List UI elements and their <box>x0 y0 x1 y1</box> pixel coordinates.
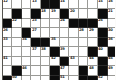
cell-r8c3-white[interactable]: 46 <box>22 66 32 76</box>
cell-r8c4-white[interactable] <box>31 66 41 76</box>
cell-r2c10-white[interactable] <box>88 9 98 19</box>
cell-r2c1-white[interactable] <box>3 9 13 19</box>
cell-r8c7-white[interactable]: 47 <box>60 66 70 76</box>
clue-number-49: 49 <box>108 66 113 70</box>
cell-r6c1-white[interactable] <box>3 47 13 57</box>
cell-r3c12-white[interactable] <box>108 19 115 29</box>
cell-r5c5-black <box>41 38 51 48</box>
cell-r7c12-white[interactable]: 45 <box>108 57 115 67</box>
cell-r3c7-white[interactable]: 24 <box>60 19 70 29</box>
clue-number-41: 41 <box>3 56 8 60</box>
cell-r8c8-white[interactable] <box>69 66 79 76</box>
cell-r4c9-white[interactable]: 28 <box>79 28 89 38</box>
clue-number-15: 15 <box>98 0 103 3</box>
cell-r4c1-white[interactable]: 26 <box>3 28 13 38</box>
cell-r7c1-white[interactable]: 41 <box>3 57 13 67</box>
cell-r1c8-white[interactable] <box>69 0 79 9</box>
cell-r3c9-black <box>79 19 89 29</box>
clue-number-48: 48 <box>89 66 94 70</box>
clue-number-37: 37 <box>32 47 37 51</box>
cell-r1c9-white[interactable] <box>79 0 89 9</box>
cell-r1c4-white[interactable]: 13 <box>31 0 41 9</box>
cell-r9c5-white[interactable] <box>41 76 51 80</box>
cell-r4c6-white[interactable] <box>50 28 60 38</box>
cell-r7c3-white[interactable] <box>22 57 32 67</box>
clue-number-28: 28 <box>79 28 84 32</box>
cell-r1c2-white[interactable] <box>12 0 22 9</box>
cell-r1c11-white[interactable]: 15 <box>98 0 108 9</box>
cell-r9c2-white[interactable]: 50 <box>12 76 22 80</box>
clue-number-19: 19 <box>51 9 56 13</box>
clue-number-30: 30 <box>108 28 113 32</box>
cell-r7c2-white[interactable] <box>12 57 22 67</box>
cell-r8c9-black <box>79 66 89 76</box>
cell-r9c8-white[interactable] <box>69 76 79 80</box>
cell-r2c3-white[interactable] <box>22 9 32 19</box>
cell-r5c4-black <box>31 38 41 48</box>
cell-r5c10-white[interactable] <box>88 38 98 48</box>
cell-r2c11-black <box>98 9 108 19</box>
cell-r1c1-white[interactable]: 12 <box>3 0 13 9</box>
clue-number-35: 35 <box>51 37 56 41</box>
cell-r8c6-black <box>50 66 60 76</box>
cell-r4c10-white[interactable]: 29 <box>88 28 98 38</box>
cell-r2c12-white[interactable]: 21 <box>108 9 115 19</box>
clue-number-26: 26 <box>3 28 8 32</box>
cell-r6c2-white[interactable] <box>12 47 22 57</box>
clue-number-36: 36 <box>108 37 113 41</box>
cell-r5c1-white[interactable]: 33 <box>3 38 13 48</box>
cell-r7c8-white[interactable]: 43 <box>69 57 79 67</box>
clue-number-45: 45 <box>108 56 113 60</box>
cell-r5c11-black <box>98 38 108 48</box>
cell-r6c5-white[interactable]: 38 <box>41 47 51 57</box>
cell-r2c5-white[interactable]: 18 <box>41 9 51 19</box>
cell-r7c4-white[interactable] <box>31 57 41 67</box>
cell-r3c3-white[interactable] <box>22 19 32 29</box>
cell-r9c3-white[interactable] <box>22 76 32 80</box>
clue-number-42: 42 <box>51 56 56 60</box>
clue-number-23: 23 <box>32 18 37 22</box>
clue-number-25: 25 <box>98 18 103 22</box>
cell-r4c4-white[interactable]: 27 <box>31 28 41 38</box>
cell-r3c2-white[interactable]: 22 <box>12 19 22 29</box>
cell-r8c12-white[interactable]: 49 <box>108 66 115 76</box>
clue-number-24: 24 <box>60 18 65 22</box>
cell-r9c10-black <box>88 76 98 80</box>
clue-number-29: 29 <box>89 28 94 32</box>
clue-number-39: 39 <box>60 47 65 51</box>
cell-r1c10-white[interactable] <box>88 0 98 9</box>
cell-r4c11-black <box>98 28 108 38</box>
cell-r8c2-black <box>12 66 22 76</box>
cell-r9c4-white[interactable] <box>31 76 41 80</box>
clue-number-12: 12 <box>3 0 8 3</box>
cell-r2c6-white[interactable]: 19 <box>50 9 60 19</box>
cell-r3c11-white[interactable]: 25 <box>98 19 108 29</box>
cell-r4c8-white[interactable] <box>69 28 79 38</box>
clue-number-50: 50 <box>12 75 17 79</box>
cell-r2c2-black <box>12 9 22 19</box>
cell-r8c1-white[interactable] <box>3 66 13 76</box>
cell-r6c3-white[interactable] <box>22 47 32 57</box>
clue-number-47: 47 <box>60 66 65 70</box>
clue-number-38: 38 <box>41 47 46 51</box>
clue-number-16: 16 <box>108 0 113 3</box>
cell-r4c2-white[interactable] <box>12 28 22 38</box>
cell-r2c4-black <box>31 9 41 19</box>
cell-r5c9-white[interactable] <box>79 38 89 48</box>
cell-r9c12-white[interactable] <box>108 76 115 80</box>
cell-r9c9-black <box>79 76 89 80</box>
cell-r6c6-black <box>50 47 60 57</box>
cell-r9c1-black <box>3 76 13 80</box>
clue-number-40: 40 <box>98 47 103 51</box>
cell-r2c9-white[interactable] <box>79 9 89 19</box>
cell-r1c3-white[interactable] <box>22 0 32 9</box>
cell-r3c1-black <box>3 19 13 29</box>
cell-r7c7-black <box>60 57 70 67</box>
cell-r6c4-white[interactable]: 37 <box>31 47 41 57</box>
clue-number-13: 13 <box>32 0 37 3</box>
cell-r4c12-white[interactable]: 30 <box>108 28 115 38</box>
cell-r6c8-white[interactable] <box>69 47 79 57</box>
clue-number-21: 21 <box>108 9 113 13</box>
cell-r7c10-white[interactable]: 44 <box>88 57 98 67</box>
cell-r3c5-white[interactable] <box>41 19 51 29</box>
clue-number-22: 22 <box>12 18 17 22</box>
cell-r7c9-white[interactable] <box>79 57 89 67</box>
cell-r6c9-white[interactable] <box>79 47 89 57</box>
cell-r6c10-black <box>88 47 98 57</box>
cell-r7c11-black <box>98 57 108 67</box>
clue-number-44: 44 <box>89 56 94 60</box>
cell-r9c7-white[interactable]: 51 <box>60 76 70 80</box>
crossword-scan-viewport: 1213141516181920212223242526272829303334… <box>0 0 115 80</box>
cell-r5c6-white[interactable]: 35 <box>50 38 60 48</box>
clue-number-14: 14 <box>60 0 65 3</box>
cell-r3c6-white[interactable] <box>50 19 60 29</box>
cell-r8c5-white[interactable] <box>41 66 51 76</box>
clue-number-18: 18 <box>41 9 46 13</box>
clue-number-43: 43 <box>70 56 75 60</box>
cell-r1c5-black <box>41 0 51 9</box>
cell-r4c7-white[interactable] <box>60 28 70 38</box>
cell-r4c5-white[interactable] <box>41 28 51 38</box>
cell-r5c8-white[interactable] <box>69 38 79 48</box>
crossword-grid: 1213141516181920212223242526272829303334… <box>2 0 116 80</box>
cell-r3c10-black <box>88 19 98 29</box>
cell-r6c12-black <box>108 47 115 57</box>
cell-r8c11-black <box>98 66 108 76</box>
cell-r3c8-black <box>69 19 79 29</box>
clue-number-20: 20 <box>70 9 75 13</box>
cell-r8c10-white[interactable]: 48 <box>88 66 98 76</box>
cell-r6c7-white[interactable]: 39 <box>60 47 70 57</box>
cell-r5c7-white[interactable] <box>60 38 70 48</box>
cell-r2c8-white[interactable]: 20 <box>69 9 79 19</box>
cell-r7c5-white[interactable] <box>41 57 51 67</box>
cell-r1c6-black <box>50 0 60 9</box>
cell-r9c11-white[interactable]: 52 <box>98 76 108 80</box>
cell-r5c3-white[interactable]: 34 <box>22 38 32 48</box>
cell-r4c3-black <box>22 28 32 38</box>
cell-r5c12-white[interactable]: 36 <box>108 38 115 48</box>
clue-number-34: 34 <box>22 37 27 41</box>
cell-r9c6-black <box>50 76 60 80</box>
cell-r1c12-white[interactable]: 16 <box>108 0 115 9</box>
cell-r5c2-white[interactable] <box>12 38 22 48</box>
cell-r7c6-white[interactable]: 42 <box>50 57 60 67</box>
cell-r2c7-black <box>60 9 70 19</box>
clue-number-33: 33 <box>3 37 8 41</box>
cell-r6c11-white[interactable]: 40 <box>98 47 108 57</box>
cell-r1c7-white[interactable]: 14 <box>60 0 70 9</box>
clue-number-27: 27 <box>32 28 37 32</box>
clue-number-52: 52 <box>98 75 103 79</box>
clue-number-51: 51 <box>60 75 65 79</box>
cell-r3c4-white[interactable]: 23 <box>31 19 41 29</box>
clue-number-46: 46 <box>22 66 27 70</box>
